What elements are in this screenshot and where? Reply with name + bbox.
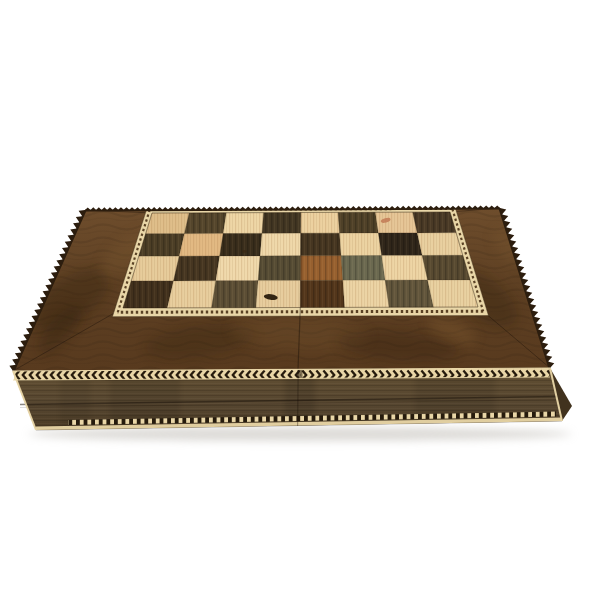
board-square-grain (146, 213, 190, 234)
board-square-grain (216, 256, 260, 281)
board-square-grain (174, 256, 220, 281)
board-square-grain (428, 280, 478, 307)
board-square-grain (382, 255, 428, 280)
board-square-grain (184, 213, 226, 234)
board-square-grain (139, 234, 185, 257)
chessboard (123, 212, 478, 308)
board-square-grain (417, 233, 463, 256)
board-square-grain (375, 212, 417, 233)
board-square-grain (301, 212, 340, 233)
board-square-grain (340, 233, 382, 256)
chess-case-photo (0, 0, 600, 600)
board-square-grain (343, 280, 389, 307)
board-square-grain (256, 280, 301, 307)
board-square-grain (341, 256, 385, 281)
board-square-grain (258, 256, 300, 281)
front-center-seam (298, 370, 299, 426)
board-square-grain (413, 212, 456, 233)
scene-svg (0, 0, 600, 600)
board-square-grain (167, 281, 216, 308)
board-square-grain (301, 233, 342, 256)
board-fold-seam (300, 213, 301, 308)
board-square-grain (300, 280, 344, 307)
board-square-grain (422, 255, 470, 280)
board-square-grain (338, 212, 378, 233)
board-square-grain (223, 213, 263, 234)
board-square-grain (260, 233, 301, 256)
board-square-grain (212, 281, 259, 308)
board-square-grain (300, 256, 342, 281)
board-square-grain (385, 280, 433, 307)
board-square-grain (179, 234, 223, 257)
board-square-grain (123, 281, 174, 308)
board-square-grain (131, 256, 179, 281)
board-square-grain (378, 233, 422, 256)
board-square-grain (220, 233, 262, 256)
board-square-grain (262, 213, 301, 234)
wood-knot-mark (242, 250, 247, 253)
